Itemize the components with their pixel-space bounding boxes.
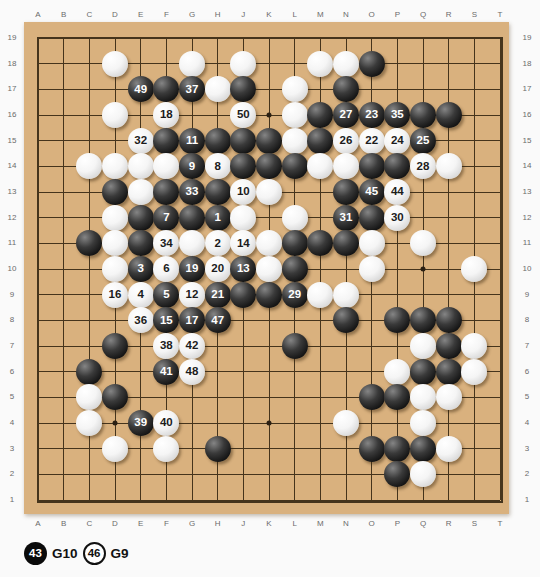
move-number: 14 bbox=[237, 238, 250, 250]
move-number: 31 bbox=[340, 212, 353, 224]
coord-label-left-13: 13 bbox=[8, 188, 17, 196]
stone-H15 bbox=[205, 128, 231, 154]
move-number: 26 bbox=[340, 135, 353, 147]
coord-label-right-15: 15 bbox=[523, 137, 532, 145]
caption-white-stone-46: 46 bbox=[83, 542, 106, 565]
stone-D18 bbox=[102, 51, 128, 77]
stone-P2 bbox=[384, 461, 410, 487]
stone-D7 bbox=[102, 333, 128, 359]
stone-K13 bbox=[256, 179, 282, 205]
stone-J10: 13 bbox=[230, 256, 256, 282]
move-number: 5 bbox=[163, 289, 169, 301]
stone-O13: 45 bbox=[359, 179, 385, 205]
coord-label-top-C: C bbox=[86, 11, 92, 19]
stone-C11 bbox=[76, 230, 102, 256]
coord-label-right-12: 12 bbox=[523, 214, 532, 222]
stone-S6 bbox=[461, 359, 487, 385]
coord-label-left-11: 11 bbox=[8, 239, 16, 247]
coord-label-top-G: G bbox=[189, 11, 195, 19]
stone-F15 bbox=[153, 128, 179, 154]
coord-label-top-H: H bbox=[215, 11, 221, 19]
caption-coord-g10: G10 bbox=[52, 546, 78, 561]
stone-K11 bbox=[256, 230, 282, 256]
move-number: 27 bbox=[340, 109, 353, 121]
stone-C14 bbox=[76, 153, 102, 179]
move-number: 15 bbox=[160, 315, 173, 327]
stone-O15: 22 bbox=[359, 128, 385, 154]
coord-label-bottom-A: A bbox=[35, 520, 40, 528]
stone-P5 bbox=[384, 384, 410, 410]
move-number: 28 bbox=[417, 161, 430, 173]
caption-move-number: 46 bbox=[88, 547, 101, 559]
move-number: 47 bbox=[211, 315, 224, 327]
move-number: 4 bbox=[137, 289, 143, 301]
stone-N11 bbox=[333, 230, 359, 256]
stone-Q15: 25 bbox=[410, 128, 436, 154]
coord-label-bottom-J: J bbox=[241, 520, 245, 528]
move-number: 7 bbox=[163, 212, 169, 224]
stone-M16 bbox=[307, 102, 333, 128]
coord-label-right-14: 14 bbox=[523, 162, 532, 170]
stone-R14 bbox=[436, 153, 462, 179]
star-point-K4 bbox=[267, 421, 272, 426]
stone-K10 bbox=[256, 256, 282, 282]
move-number: 22 bbox=[365, 135, 378, 147]
move-number: 32 bbox=[134, 135, 147, 147]
stone-E12 bbox=[128, 205, 154, 231]
stone-F3 bbox=[153, 436, 179, 462]
stone-Q2 bbox=[410, 461, 436, 487]
stone-M15 bbox=[307, 128, 333, 154]
stone-D13 bbox=[102, 179, 128, 205]
coord-label-right-9: 9 bbox=[525, 291, 529, 299]
coord-label-top-M: M bbox=[317, 11, 324, 19]
coord-label-bottom-P: P bbox=[395, 520, 400, 528]
coord-label-left-19: 19 bbox=[8, 34, 17, 42]
stone-G7: 42 bbox=[179, 333, 205, 359]
coord-label-top-L: L bbox=[292, 11, 296, 19]
stone-N18 bbox=[333, 51, 359, 77]
coord-label-top-E: E bbox=[138, 11, 143, 19]
move-number: 12 bbox=[186, 289, 199, 301]
stone-Q8 bbox=[410, 307, 436, 333]
stone-L7 bbox=[282, 333, 308, 359]
move-number: 34 bbox=[160, 238, 173, 250]
stone-N17 bbox=[333, 76, 359, 102]
stone-K15 bbox=[256, 128, 282, 154]
stone-F16: 18 bbox=[153, 102, 179, 128]
move-number: 48 bbox=[186, 366, 199, 378]
coord-label-bottom-K: K bbox=[266, 520, 271, 528]
stone-C5 bbox=[76, 384, 102, 410]
coord-label-right-17: 17 bbox=[523, 85, 532, 93]
stone-P15: 24 bbox=[384, 128, 410, 154]
stone-G6: 48 bbox=[179, 359, 205, 385]
star-point-D4 bbox=[113, 421, 118, 426]
caption-coord-g9: G9 bbox=[111, 546, 129, 561]
coord-label-top-A: A bbox=[35, 11, 40, 19]
move-number: 19 bbox=[186, 263, 199, 275]
stone-D3 bbox=[102, 436, 128, 462]
stone-Q5 bbox=[410, 384, 436, 410]
stone-N15: 26 bbox=[333, 128, 359, 154]
stone-R7 bbox=[436, 333, 462, 359]
stone-Q7 bbox=[410, 333, 436, 359]
coord-label-bottom-C: C bbox=[86, 520, 92, 528]
stone-D10 bbox=[102, 256, 128, 282]
stone-N4 bbox=[333, 410, 359, 436]
stone-S7 bbox=[461, 333, 487, 359]
stone-O10 bbox=[359, 256, 385, 282]
stone-R3 bbox=[436, 436, 462, 462]
stone-C6 bbox=[76, 359, 102, 385]
stone-D12 bbox=[102, 205, 128, 231]
stone-H8: 47 bbox=[205, 307, 231, 333]
stone-N16: 27 bbox=[333, 102, 359, 128]
coord-label-bottom-R: R bbox=[446, 520, 452, 528]
move-number: 21 bbox=[211, 289, 224, 301]
coord-label-right-18: 18 bbox=[523, 60, 532, 68]
move-number: 30 bbox=[391, 212, 404, 224]
stone-P12: 30 bbox=[384, 205, 410, 231]
stone-F13 bbox=[153, 179, 179, 205]
star-point-Q10 bbox=[421, 267, 426, 272]
move-number: 38 bbox=[160, 340, 173, 352]
coord-label-right-8: 8 bbox=[525, 316, 529, 324]
coord-label-right-2: 2 bbox=[525, 470, 529, 478]
stone-O3 bbox=[359, 436, 385, 462]
stone-N13 bbox=[333, 179, 359, 205]
move-number: 16 bbox=[109, 289, 122, 301]
stone-P16: 35 bbox=[384, 102, 410, 128]
stone-N12: 31 bbox=[333, 205, 359, 231]
stone-G14: 9 bbox=[179, 153, 205, 179]
stone-O5 bbox=[359, 384, 385, 410]
coord-label-left-17: 17 bbox=[8, 85, 17, 93]
coord-label-right-7: 7 bbox=[525, 342, 529, 350]
stone-F4: 40 bbox=[153, 410, 179, 436]
stone-G12 bbox=[179, 205, 205, 231]
stone-F11: 34 bbox=[153, 230, 179, 256]
stone-F6: 41 bbox=[153, 359, 179, 385]
coord-label-top-J: J bbox=[241, 11, 245, 19]
coord-label-left-12: 12 bbox=[8, 214, 17, 222]
coord-label-bottom-Q: Q bbox=[420, 520, 426, 528]
stone-J18 bbox=[230, 51, 256, 77]
move-number: 25 bbox=[417, 135, 430, 147]
stone-F12: 7 bbox=[153, 205, 179, 231]
stone-P6 bbox=[384, 359, 410, 385]
stone-D11 bbox=[102, 230, 128, 256]
coord-label-bottom-H: H bbox=[215, 520, 221, 528]
move-number: 40 bbox=[160, 417, 173, 429]
go-board: 4937185027233532112622242598283310454471… bbox=[24, 22, 509, 514]
stone-M11 bbox=[307, 230, 333, 256]
move-number: 10 bbox=[237, 186, 250, 198]
stone-Q16 bbox=[410, 102, 436, 128]
stone-F14 bbox=[153, 153, 179, 179]
move-number: 42 bbox=[186, 340, 199, 352]
coord-label-right-16: 16 bbox=[523, 111, 532, 119]
stone-P13: 44 bbox=[384, 179, 410, 205]
stone-J15 bbox=[230, 128, 256, 154]
stone-R5 bbox=[436, 384, 462, 410]
stone-O12 bbox=[359, 205, 385, 231]
move-number: 13 bbox=[237, 263, 250, 275]
move-number: 35 bbox=[391, 109, 404, 121]
stone-Q3 bbox=[410, 436, 436, 462]
stone-R6 bbox=[436, 359, 462, 385]
stone-G9: 12 bbox=[179, 282, 205, 308]
coord-label-left-4: 4 bbox=[10, 419, 14, 427]
coord-label-right-5: 5 bbox=[525, 393, 529, 401]
coord-label-right-19: 19 bbox=[523, 34, 532, 42]
stone-N8 bbox=[333, 307, 359, 333]
move-number: 36 bbox=[134, 315, 147, 327]
move-caption: 43 G10 46 G9 bbox=[24, 540, 129, 566]
stone-E9: 4 bbox=[128, 282, 154, 308]
stone-L14 bbox=[282, 153, 308, 179]
coord-label-left-3: 3 bbox=[10, 445, 14, 453]
stone-F17 bbox=[153, 76, 179, 102]
coord-label-right-1: 1 bbox=[525, 496, 529, 504]
coord-label-left-16: 16 bbox=[8, 111, 17, 119]
stone-C4 bbox=[76, 410, 102, 436]
coord-label-top-T: T bbox=[498, 11, 503, 19]
coord-label-left-8: 8 bbox=[10, 316, 14, 324]
move-number: 1 bbox=[214, 212, 220, 224]
star-point-K16 bbox=[267, 113, 272, 118]
coord-label-top-Q: Q bbox=[420, 11, 426, 19]
coord-label-right-11: 11 bbox=[523, 239, 531, 247]
stone-M9 bbox=[307, 282, 333, 308]
stone-G10: 19 bbox=[179, 256, 205, 282]
move-number: 6 bbox=[163, 263, 169, 275]
stone-L16 bbox=[282, 102, 308, 128]
coord-label-bottom-S: S bbox=[472, 520, 477, 528]
move-number: 29 bbox=[288, 289, 301, 301]
stone-J16: 50 bbox=[230, 102, 256, 128]
coord-label-bottom-D: D bbox=[112, 520, 118, 528]
stone-H9: 21 bbox=[205, 282, 231, 308]
coord-label-bottom-G: G bbox=[189, 520, 195, 528]
coord-label-bottom-F: F bbox=[164, 520, 169, 528]
stone-S10 bbox=[461, 256, 487, 282]
stone-N14 bbox=[333, 153, 359, 179]
stone-Q4 bbox=[410, 410, 436, 436]
coord-label-left-14: 14 bbox=[8, 162, 17, 170]
stone-O18 bbox=[359, 51, 385, 77]
stone-L11 bbox=[282, 230, 308, 256]
stone-L17 bbox=[282, 76, 308, 102]
stone-E4: 39 bbox=[128, 410, 154, 436]
stone-F7: 38 bbox=[153, 333, 179, 359]
stone-E14 bbox=[128, 153, 154, 179]
stone-G18 bbox=[179, 51, 205, 77]
move-number: 45 bbox=[365, 186, 378, 198]
coord-label-left-9: 9 bbox=[10, 291, 14, 299]
coord-label-bottom-M: M bbox=[317, 520, 324, 528]
stone-L9: 29 bbox=[282, 282, 308, 308]
stone-L10 bbox=[282, 256, 308, 282]
move-number: 20 bbox=[211, 263, 224, 275]
move-number: 8 bbox=[214, 161, 220, 173]
stone-H14: 8 bbox=[205, 153, 231, 179]
stone-L15 bbox=[282, 128, 308, 154]
coord-label-right-3: 3 bbox=[525, 445, 529, 453]
move-number: 9 bbox=[189, 161, 195, 173]
move-number: 23 bbox=[365, 109, 378, 121]
stone-M14 bbox=[307, 153, 333, 179]
coord-label-top-P: P bbox=[395, 11, 400, 19]
coord-label-top-N: N bbox=[343, 11, 349, 19]
stone-E11 bbox=[128, 230, 154, 256]
coord-label-top-B: B bbox=[61, 11, 66, 19]
stone-H10: 20 bbox=[205, 256, 231, 282]
coord-label-top-O: O bbox=[369, 11, 375, 19]
stone-G11 bbox=[179, 230, 205, 256]
stone-E8: 36 bbox=[128, 307, 154, 333]
move-number: 2 bbox=[214, 238, 220, 250]
stone-J11: 14 bbox=[230, 230, 256, 256]
move-number: 41 bbox=[160, 366, 173, 378]
coord-label-bottom-L: L bbox=[292, 520, 296, 528]
coord-label-left-10: 10 bbox=[8, 265, 17, 273]
stone-G13: 33 bbox=[179, 179, 205, 205]
stone-M18 bbox=[307, 51, 333, 77]
stone-K9 bbox=[256, 282, 282, 308]
move-number: 50 bbox=[237, 109, 250, 121]
stone-J14 bbox=[230, 153, 256, 179]
coord-label-bottom-O: O bbox=[369, 520, 375, 528]
coord-label-top-R: R bbox=[446, 11, 452, 19]
move-number: 49 bbox=[134, 84, 147, 96]
coord-label-left-7: 7 bbox=[10, 342, 14, 350]
stone-D16 bbox=[102, 102, 128, 128]
coord-label-left-15: 15 bbox=[8, 137, 17, 145]
stone-D9: 16 bbox=[102, 282, 128, 308]
coord-label-bottom-N: N bbox=[343, 520, 349, 528]
caption-move-number: 43 bbox=[29, 547, 42, 559]
coord-label-left-18: 18 bbox=[8, 60, 17, 68]
stone-F9: 5 bbox=[153, 282, 179, 308]
move-number: 3 bbox=[137, 263, 143, 275]
coord-label-bottom-E: E bbox=[138, 520, 143, 528]
stone-G17: 37 bbox=[179, 76, 205, 102]
stone-E13 bbox=[128, 179, 154, 205]
stone-O14 bbox=[359, 153, 385, 179]
stone-F8: 15 bbox=[153, 307, 179, 333]
stone-G15: 11 bbox=[179, 128, 205, 154]
coord-label-top-S: S bbox=[472, 11, 477, 19]
move-number: 37 bbox=[186, 84, 199, 96]
stone-N9 bbox=[333, 282, 359, 308]
move-number: 24 bbox=[391, 135, 404, 147]
stone-P3 bbox=[384, 436, 410, 462]
stone-F10: 6 bbox=[153, 256, 179, 282]
coord-label-bottom-B: B bbox=[61, 520, 66, 528]
stone-P14 bbox=[384, 153, 410, 179]
coord-label-left-5: 5 bbox=[10, 393, 14, 401]
stone-H11: 2 bbox=[205, 230, 231, 256]
stone-D5 bbox=[102, 384, 128, 410]
caption-black-stone-43: 43 bbox=[24, 542, 47, 565]
coord-label-right-6: 6 bbox=[525, 368, 529, 376]
move-number: 17 bbox=[186, 315, 199, 327]
coord-label-top-K: K bbox=[266, 11, 271, 19]
coord-label-right-10: 10 bbox=[523, 265, 532, 273]
coord-label-left-1: 1 bbox=[10, 496, 14, 504]
kifu-diagram-page: { "game": "go", "board": { "size": 19, "… bbox=[0, 0, 540, 577]
coord-label-right-13: 13 bbox=[523, 188, 532, 196]
stone-H13 bbox=[205, 179, 231, 205]
move-number: 33 bbox=[186, 186, 199, 198]
stone-J17 bbox=[230, 76, 256, 102]
coord-label-right-4: 4 bbox=[525, 419, 529, 427]
stone-Q14: 28 bbox=[410, 153, 436, 179]
move-number: 39 bbox=[134, 417, 147, 429]
stone-H3 bbox=[205, 436, 231, 462]
move-number: 11 bbox=[186, 135, 198, 147]
stone-G8: 17 bbox=[179, 307, 205, 333]
stone-H17 bbox=[205, 76, 231, 102]
stone-R16 bbox=[436, 102, 462, 128]
stone-L12 bbox=[282, 205, 308, 231]
stone-O11 bbox=[359, 230, 385, 256]
coord-label-top-F: F bbox=[164, 11, 169, 19]
stone-R8 bbox=[436, 307, 462, 333]
stone-K14 bbox=[256, 153, 282, 179]
stone-E17: 49 bbox=[128, 76, 154, 102]
stone-E10: 3 bbox=[128, 256, 154, 282]
stone-E15: 32 bbox=[128, 128, 154, 154]
coord-label-left-2: 2 bbox=[10, 470, 14, 478]
stone-J9 bbox=[230, 282, 256, 308]
stone-P8 bbox=[384, 307, 410, 333]
move-number: 18 bbox=[160, 109, 173, 121]
stone-H12: 1 bbox=[205, 205, 231, 231]
move-number: 44 bbox=[391, 186, 404, 198]
stone-O16: 23 bbox=[359, 102, 385, 128]
coord-label-top-D: D bbox=[112, 11, 118, 19]
stone-J13: 10 bbox=[230, 179, 256, 205]
stone-J12 bbox=[230, 205, 256, 231]
stone-D14 bbox=[102, 153, 128, 179]
stone-Q6 bbox=[410, 359, 436, 385]
coord-label-bottom-T: T bbox=[498, 520, 503, 528]
coord-label-left-6: 6 bbox=[10, 368, 14, 376]
stone-Q11 bbox=[410, 230, 436, 256]
